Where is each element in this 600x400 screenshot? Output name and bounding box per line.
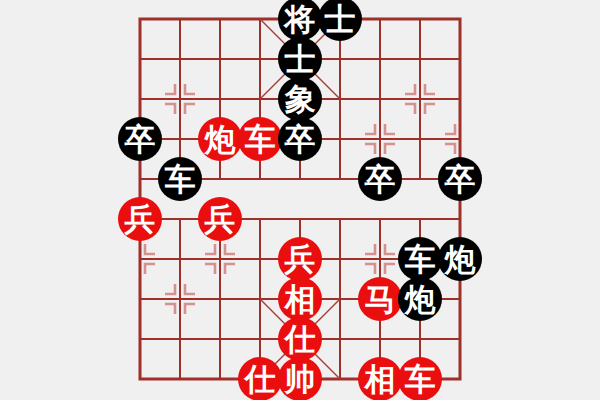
board-point[interactable]: 炮 xyxy=(200,119,240,159)
board-point[interactable] xyxy=(120,279,160,319)
board-point[interactable] xyxy=(200,319,240,359)
red-soldier[interactable]: 兵 xyxy=(198,197,242,241)
board-point[interactable] xyxy=(160,359,200,399)
board-point[interactable] xyxy=(360,239,400,279)
board-point[interactable] xyxy=(360,319,400,359)
board-point[interactable] xyxy=(320,359,360,399)
board-point[interactable]: 卒 xyxy=(360,159,400,199)
black-soldier[interactable]: 卒 xyxy=(438,157,482,201)
black-general[interactable]: 将 xyxy=(278,0,322,41)
board-point[interactable] xyxy=(360,199,400,239)
board-point[interactable] xyxy=(440,119,480,159)
board-point[interactable] xyxy=(320,39,360,79)
board-point[interactable] xyxy=(320,239,360,279)
board-point[interactable] xyxy=(320,159,360,199)
black-soldier[interactable]: 卒 xyxy=(278,117,322,161)
board-point[interactable] xyxy=(160,39,200,79)
board-point[interactable] xyxy=(120,239,160,279)
red-elephant[interactable]: 相 xyxy=(358,357,402,400)
board-point[interactable] xyxy=(360,39,400,79)
board-point[interactable] xyxy=(200,39,240,79)
board-point[interactable] xyxy=(400,119,440,159)
board-point[interactable]: 卒 xyxy=(440,159,480,199)
board-point[interactable] xyxy=(280,159,320,199)
black-chariot[interactable]: 车 xyxy=(398,237,442,281)
red-cannon[interactable]: 炮 xyxy=(198,117,242,161)
board-point[interactable] xyxy=(240,39,280,79)
board-point[interactable]: 兵 xyxy=(200,199,240,239)
black-elephant[interactable]: 象 xyxy=(278,77,322,121)
board-points: 将士士象卒炮车卒车卒卒兵兵兵车炮相马炮仕仕帅相车 xyxy=(120,0,480,399)
board-point[interactable] xyxy=(320,79,360,119)
board-point[interactable] xyxy=(200,279,240,319)
board-point[interactable] xyxy=(160,119,200,159)
black-chariot[interactable]: 车 xyxy=(158,157,202,201)
board-point[interactable] xyxy=(240,159,280,199)
board-point[interactable]: 车 xyxy=(400,359,440,399)
red-general[interactable]: 帅 xyxy=(278,357,322,400)
board-point[interactable]: 士 xyxy=(280,39,320,79)
board-point[interactable]: 兵 xyxy=(120,199,160,239)
red-soldier[interactable]: 兵 xyxy=(118,197,162,241)
board-point[interactable]: 仕 xyxy=(280,319,320,359)
board-point[interactable] xyxy=(320,199,360,239)
board-point[interactable] xyxy=(360,0,400,39)
board-point[interactable] xyxy=(160,0,200,39)
board-point[interactable] xyxy=(120,359,160,399)
board-point[interactable]: 车 xyxy=(240,119,280,159)
board-point[interactable]: 兵 xyxy=(280,239,320,279)
board-point[interactable] xyxy=(160,239,200,279)
red-chariot[interactable]: 车 xyxy=(238,117,282,161)
xiangqi-board: 将士士象卒炮车卒车卒卒兵兵兵车炮相马炮仕仕帅相车 xyxy=(0,0,600,400)
board-point[interactable] xyxy=(320,279,360,319)
red-soldier[interactable]: 兵 xyxy=(278,237,322,281)
board-point[interactable] xyxy=(160,79,200,119)
red-horse[interactable]: 马 xyxy=(358,277,402,321)
board-point[interactable] xyxy=(440,39,480,79)
board-point[interactable] xyxy=(320,119,360,159)
board-point[interactable] xyxy=(120,39,160,79)
board-point[interactable] xyxy=(120,319,160,359)
board-point[interactable]: 炮 xyxy=(440,239,480,279)
board-point[interactable] xyxy=(440,319,480,359)
board-point[interactable] xyxy=(440,199,480,239)
board-point[interactable] xyxy=(200,359,240,399)
board-point[interactable] xyxy=(160,279,200,319)
board-point[interactable]: 帅 xyxy=(280,359,320,399)
board-point[interactable] xyxy=(200,79,240,119)
black-advisor[interactable]: 士 xyxy=(318,0,362,41)
board-point[interactable]: 相 xyxy=(280,279,320,319)
board-point[interactable] xyxy=(120,79,160,119)
board-point[interactable] xyxy=(400,319,440,359)
board-point[interactable] xyxy=(240,279,280,319)
board-point[interactable] xyxy=(400,39,440,79)
board-point[interactable]: 象 xyxy=(280,79,320,119)
board-point[interactable]: 士 xyxy=(320,0,360,39)
red-advisor[interactable]: 仕 xyxy=(238,357,282,400)
board-point[interactable] xyxy=(240,199,280,239)
board-point[interactable] xyxy=(200,239,240,279)
board-point[interactable] xyxy=(440,359,480,399)
board-point[interactable] xyxy=(400,159,440,199)
board-point[interactable] xyxy=(440,79,480,119)
board-point[interactable]: 相 xyxy=(360,359,400,399)
board-point[interactable]: 马 xyxy=(360,279,400,319)
black-advisor[interactable]: 士 xyxy=(278,37,322,81)
board-point[interactable] xyxy=(360,119,400,159)
board-point[interactable] xyxy=(360,79,400,119)
board-point[interactable] xyxy=(400,199,440,239)
red-chariot[interactable]: 车 xyxy=(398,357,442,400)
board-point[interactable]: 仕 xyxy=(240,359,280,399)
black-soldier[interactable]: 卒 xyxy=(358,157,402,201)
board-point[interactable] xyxy=(160,199,200,239)
board-point[interactable] xyxy=(440,0,480,39)
board-point[interactable] xyxy=(400,79,440,119)
board-point[interactable]: 车 xyxy=(160,159,200,199)
board-point[interactable] xyxy=(160,319,200,359)
board-point[interactable] xyxy=(240,239,280,279)
board-point[interactable]: 卒 xyxy=(280,119,320,159)
board-point[interactable] xyxy=(440,279,480,319)
board-point[interactable] xyxy=(320,319,360,359)
board-point[interactable]: 卒 xyxy=(120,119,160,159)
board-point[interactable] xyxy=(240,319,280,359)
board-point[interactable]: 炮 xyxy=(400,279,440,319)
black-soldier[interactable]: 卒 xyxy=(118,117,162,161)
board-point[interactable] xyxy=(240,79,280,119)
board-point[interactable] xyxy=(240,0,280,39)
app-background: 将士士象卒炮车卒车卒卒兵兵兵车炮相马炮仕仕帅相车 xyxy=(0,0,600,400)
board-point[interactable] xyxy=(280,199,320,239)
board-point[interactable] xyxy=(200,0,240,39)
board-point[interactable] xyxy=(400,0,440,39)
board-point[interactable] xyxy=(120,0,160,39)
board-point[interactable]: 车 xyxy=(400,239,440,279)
red-elephant[interactable]: 相 xyxy=(278,277,322,321)
board-point[interactable] xyxy=(200,159,240,199)
board-point[interactable] xyxy=(120,159,160,199)
black-cannon[interactable]: 炮 xyxy=(438,237,482,281)
board-point[interactable]: 将 xyxy=(280,0,320,39)
black-cannon[interactable]: 炮 xyxy=(398,277,442,321)
red-advisor[interactable]: 仕 xyxy=(278,317,322,361)
